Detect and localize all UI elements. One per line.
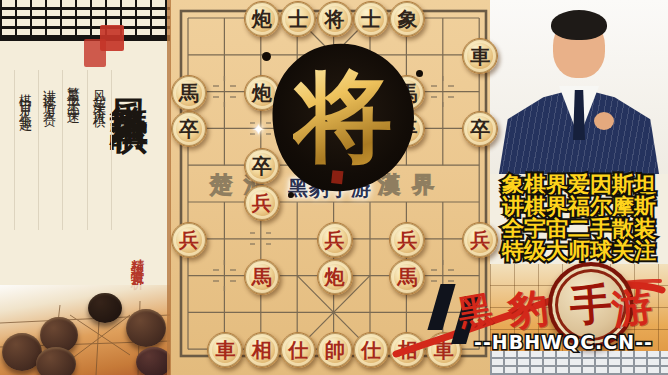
jiang-logo-seal — [331, 170, 343, 184]
red-piece-兵[interactable]: 兵 — [244, 185, 280, 221]
black-piece-車[interactable]: 車 — [462, 38, 498, 74]
ink-splatter — [262, 52, 271, 61]
black-piece-将[interactable]: 将 — [317, 1, 353, 37]
wooden-piece — [88, 293, 122, 323]
ink-splatter — [288, 192, 294, 198]
thumbnail-canvas: 風繁講棋 风起萍末诗入棋 繁星似子弈中迷 讲评论道万人贵 棋中日月人生趣 精講賞… — [0, 0, 668, 375]
host-photo — [490, 0, 668, 180]
host-hand — [594, 112, 614, 130]
red-piece-兵[interactable]: 兵 — [317, 222, 353, 258]
red-piece-車[interactable]: 車 — [426, 332, 462, 368]
red-piece-相[interactable]: 相 — [244, 332, 280, 368]
column-rule — [38, 70, 39, 230]
wooden-piece — [126, 309, 166, 347]
black-piece-炮[interactable]: 炮 — [244, 1, 280, 37]
slogan-line-3: 全宇宙二手散装 — [490, 218, 668, 240]
poem-line-1: 风起萍末诗入棋 — [90, 80, 108, 108]
black-piece-卒[interactable]: 卒 — [244, 148, 280, 184]
column-rule — [111, 70, 112, 230]
black-piece-士[interactable]: 士 — [353, 1, 389, 37]
ink-splatter — [416, 70, 423, 77]
lattice-border-bottom — [490, 351, 668, 375]
wooden-piece — [36, 347, 76, 375]
black-piece-馬[interactable]: 馬 — [171, 75, 207, 111]
column-rule — [62, 70, 63, 230]
column-rule — [87, 70, 88, 230]
seal-stamp-icon — [84, 25, 126, 69]
red-piece-馬[interactable]: 馬 — [244, 259, 280, 295]
panel-divider — [167, 0, 171, 375]
red-piece-帥[interactable]: 帥 — [317, 332, 353, 368]
jiang-logo-char: 将 — [293, 51, 393, 186]
poem-line-4: 棋中日月人生趣 — [16, 83, 34, 111]
left-calligraphy-panel: 風繁講棋 风起萍末诗入棋 繁星似子弈中迷 讲评论道万人贵 棋中日月人生趣 精講賞… — [0, 0, 170, 375]
right-host-panel: 象棋界爱因斯坦 讲棋界福尔摩斯 全宇宙二手散装 特级大师球关注 — [490, 0, 668, 375]
red-piece-兵[interactable]: 兵 — [171, 222, 207, 258]
slogan-line-2: 讲棋界福尔摩斯 — [490, 196, 668, 218]
seal-stamp-icon — [84, 39, 106, 67]
slogan-block: 象棋界爱因斯坦 讲棋界福尔摩斯 全宇宙二手散装 特级大师球关注 — [490, 174, 668, 264]
poem-line-2: 繁星似子弈中迷 — [64, 76, 82, 104]
wooden-pieces-photo — [0, 285, 170, 375]
slogan-line-1: 象棋界爱因斯坦 — [490, 174, 668, 196]
last-move-sparkle-icon: ✦ — [252, 120, 265, 139]
black-piece-士[interactable]: 士 — [280, 1, 316, 37]
red-piece-炮[interactable]: 炮 — [317, 259, 353, 295]
red-piece-仕[interactable]: 仕 — [353, 332, 389, 368]
board-closeup-photo — [490, 264, 668, 352]
slogan-line-4: 特级大师球关注 — [490, 240, 668, 262]
xiangqi-board[interactable]: 楚河 漢界 黑豹手游 炮士将士象車馬炮馬卒卒卒卒兵兵兵兵兵馬炮馬車相仕帥仕相車 … — [170, 0, 490, 375]
host-tie — [573, 90, 585, 140]
red-piece-兵[interactable]: 兵 — [462, 222, 498, 258]
host-hair — [551, 10, 607, 40]
red-caption: 精講賞析 — [128, 248, 146, 272]
column-rule — [14, 70, 15, 230]
poem-line-3: 讲评论道万人贵 — [40, 79, 58, 107]
red-piece-兵[interactable]: 兵 — [389, 222, 425, 258]
red-piece-馬[interactable]: 馬 — [389, 259, 425, 295]
